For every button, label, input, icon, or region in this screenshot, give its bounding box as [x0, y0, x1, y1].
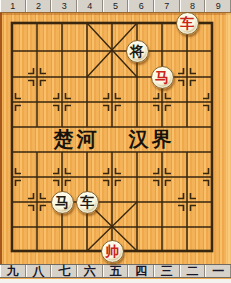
intersection-3-5[interactable]	[75, 139, 100, 165]
intersection-5-5[interactable]	[125, 139, 150, 165]
intersection-7-6[interactable]	[175, 165, 200, 189]
file-label-bottom-6: 六	[77, 265, 103, 277]
piece-red-horse[interactable]: 马	[151, 66, 174, 89]
intersection-6-5[interactable]	[150, 139, 175, 165]
intersection-4-7[interactable]	[100, 189, 125, 215]
intersection-1-9[interactable]	[25, 239, 50, 263]
intersection-7-9[interactable]	[175, 239, 200, 263]
intersection-0-0[interactable]	[0, 9, 25, 37]
intersection-4-4[interactable]	[100, 115, 125, 139]
intersection-2-4[interactable]	[50, 115, 75, 139]
intersection-2-5[interactable]	[50, 139, 75, 165]
piece-red-chariot[interactable]: 车	[176, 12, 199, 35]
intersection-6-2[interactable]: 马	[150, 65, 175, 89]
intersection-4-3[interactable]	[100, 89, 125, 115]
intersection-8-7[interactable]	[200, 189, 225, 215]
file-label-bottom-4: 四	[128, 265, 154, 277]
piece-red-general[interactable]: 帅	[101, 240, 124, 263]
intersection-1-3[interactable]	[25, 89, 50, 115]
intersection-8-0[interactable]	[200, 9, 225, 37]
intersection-5-7[interactable]	[125, 189, 150, 215]
intersection-3-6[interactable]	[75, 165, 100, 189]
window-bottom-strip	[0, 279, 231, 283]
intersection-0-4[interactable]	[0, 115, 25, 139]
intersection-2-8[interactable]	[50, 215, 75, 239]
intersection-6-0[interactable]	[150, 9, 175, 37]
intersection-7-7[interactable]	[175, 189, 200, 215]
board-intersections: 车将马马车帅	[0, 9, 225, 263]
intersection-6-3[interactable]	[150, 89, 175, 115]
file-label-bottom-9: 九	[0, 265, 26, 277]
intersection-0-9[interactable]	[0, 239, 25, 263]
intersection-1-6[interactable]	[25, 165, 50, 189]
intersection-0-8[interactable]	[0, 215, 25, 239]
intersection-1-2[interactable]	[25, 65, 50, 89]
intersection-3-9[interactable]	[75, 239, 100, 263]
intersection-0-1[interactable]	[0, 37, 25, 65]
file-label-bottom-7: 七	[51, 265, 77, 277]
intersection-1-0[interactable]	[25, 9, 50, 37]
intersection-6-9[interactable]	[150, 239, 175, 263]
intersection-7-5[interactable]	[175, 139, 200, 165]
intersection-8-9[interactable]	[200, 239, 225, 263]
intersection-2-2[interactable]	[50, 65, 75, 89]
intersection-4-9[interactable]: 帅	[100, 239, 125, 263]
intersection-4-5[interactable]	[100, 139, 125, 165]
intersection-7-1[interactable]	[175, 37, 200, 65]
intersection-8-4[interactable]	[200, 115, 225, 139]
file-label-bottom-2: 二	[180, 265, 206, 277]
intersection-2-3[interactable]	[50, 89, 75, 115]
intersection-3-1[interactable]	[75, 37, 100, 65]
intersection-0-7[interactable]	[0, 189, 25, 215]
intersection-4-6[interactable]	[100, 165, 125, 189]
intersection-0-6[interactable]	[0, 165, 25, 189]
piece-black-chariot[interactable]: 车	[76, 191, 99, 214]
intersection-7-3[interactable]	[175, 89, 200, 115]
file-label-bottom-1: 一	[205, 265, 231, 277]
intersection-4-8[interactable]	[100, 215, 125, 239]
intersection-0-2[interactable]	[0, 65, 25, 89]
intersection-5-4[interactable]	[125, 115, 150, 139]
intersection-8-8[interactable]	[200, 215, 225, 239]
intersection-6-6[interactable]	[150, 165, 175, 189]
intersection-2-1[interactable]	[50, 37, 75, 65]
intersection-3-2[interactable]	[75, 65, 100, 89]
intersection-0-5[interactable]	[0, 139, 25, 165]
intersection-7-0[interactable]: 车	[175, 9, 200, 37]
intersection-8-1[interactable]	[200, 37, 225, 65]
intersection-5-6[interactable]	[125, 165, 150, 189]
intersection-5-8[interactable]	[125, 215, 150, 239]
file-label-bottom-3: 三	[154, 265, 180, 277]
file-label-bottom-5: 五	[103, 265, 129, 277]
intersection-1-7[interactable]	[25, 189, 50, 215]
intersection-1-8[interactable]	[25, 215, 50, 239]
intersection-8-6[interactable]	[200, 165, 225, 189]
intersection-4-2[interactable]	[100, 65, 125, 89]
intersection-8-2[interactable]	[200, 65, 225, 89]
intersection-5-0[interactable]	[125, 9, 150, 37]
intersection-7-4[interactable]	[175, 115, 200, 139]
intersection-6-1[interactable]	[150, 37, 175, 65]
intersection-2-0[interactable]	[50, 9, 75, 37]
intersection-0-3[interactable]	[0, 89, 25, 115]
file-labels-bottom: 九 八 七 六 五 四 三 二 一	[0, 264, 231, 278]
intersection-1-5[interactable]	[25, 139, 50, 165]
xiangqi-app: 1 2 3 4 5 6 7 8 9 楚河 汉界 车将马马车帅 九 八 七 六 五…	[0, 0, 231, 283]
intersection-6-4[interactable]	[150, 115, 175, 139]
intersection-5-2[interactable]	[125, 65, 150, 89]
intersection-2-6[interactable]	[50, 165, 75, 189]
intersection-3-7[interactable]: 车	[75, 189, 100, 215]
intersection-5-9[interactable]	[125, 239, 150, 263]
xiangqi-board: 楚河 汉界 车将马马车帅	[0, 13, 231, 264]
intersection-2-7[interactable]: 马	[50, 189, 75, 215]
intersection-3-3[interactable]	[75, 89, 100, 115]
intersection-3-0[interactable]	[75, 9, 100, 37]
intersection-6-8[interactable]	[150, 215, 175, 239]
intersection-5-1[interactable]: 将	[125, 37, 150, 65]
intersection-7-2[interactable]	[175, 65, 200, 89]
intersection-1-4[interactable]	[25, 115, 50, 139]
intersection-3-8[interactable]	[75, 215, 100, 239]
intersection-1-1[interactable]	[25, 37, 50, 65]
intersection-8-5[interactable]	[200, 139, 225, 165]
intersection-7-8[interactable]	[175, 215, 200, 239]
intersection-6-7[interactable]	[150, 189, 175, 215]
piece-black-general[interactable]: 将	[126, 40, 149, 63]
intersection-3-4[interactable]	[75, 115, 100, 139]
intersection-5-3[interactable]	[125, 89, 150, 115]
file-label-bottom-8: 八	[26, 265, 52, 277]
intersection-4-1[interactable]	[100, 37, 125, 65]
intersection-8-3[interactable]	[200, 89, 225, 115]
intersection-4-0[interactable]	[100, 9, 125, 37]
piece-black-horse[interactable]: 马	[51, 191, 74, 214]
intersection-2-9[interactable]	[50, 239, 75, 263]
